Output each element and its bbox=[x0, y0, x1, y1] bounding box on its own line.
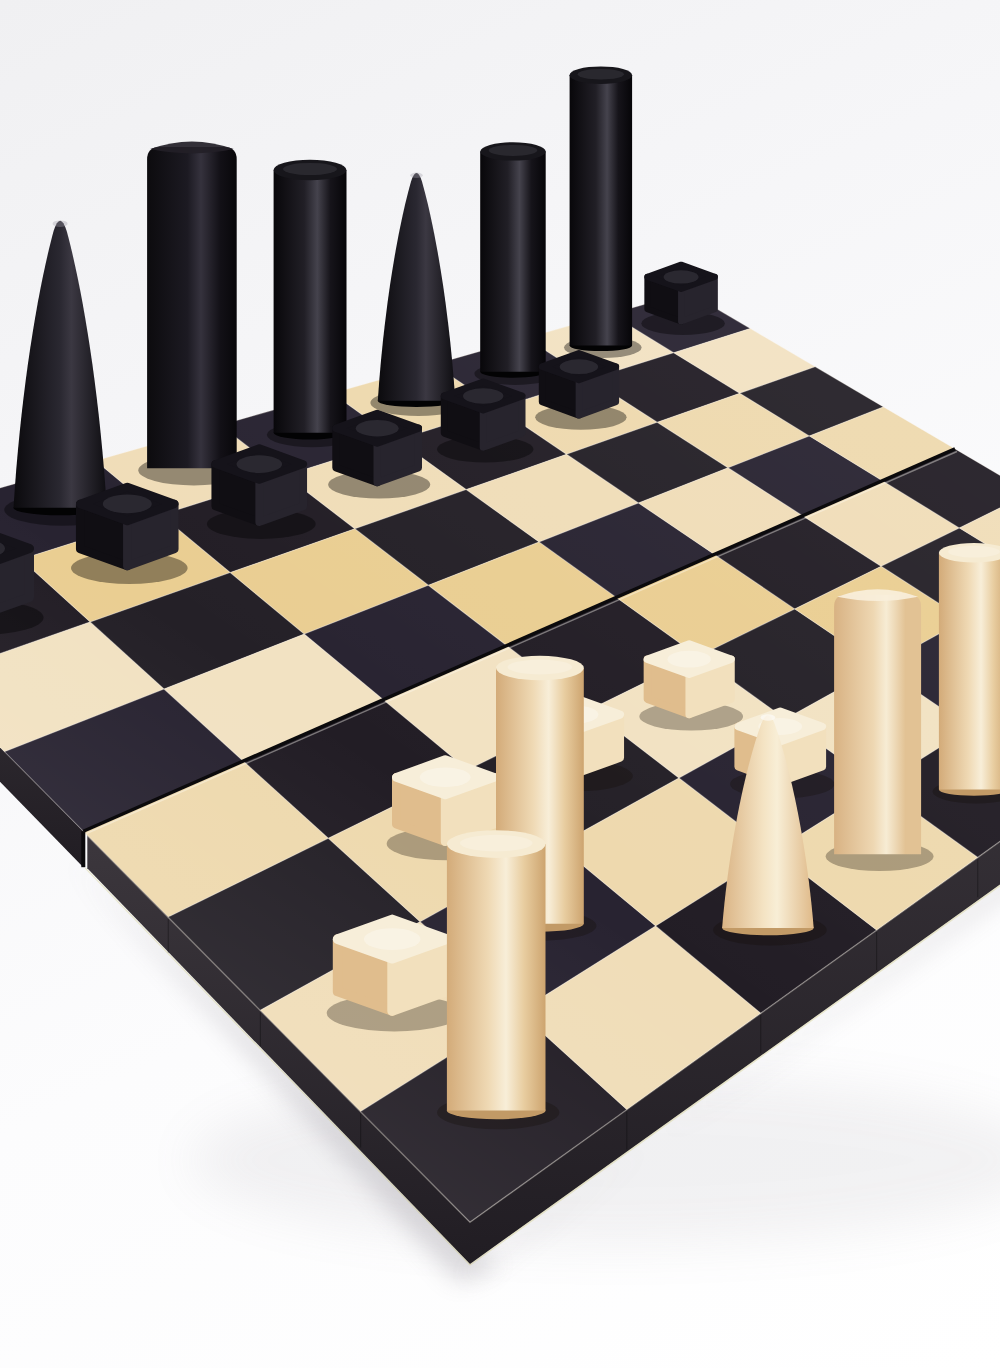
piece-cream-cylinder-e1[interactable] bbox=[933, 543, 1000, 803]
piece-black-prism-c8[interactable] bbox=[138, 141, 249, 485]
piece-black-cube-f7[interactable] bbox=[535, 353, 626, 429]
piece-black-cylinder-d8[interactable] bbox=[267, 160, 357, 447]
chessboard-photo bbox=[0, 0, 1000, 1368]
piece-cream-cylinder-a1[interactable] bbox=[437, 830, 559, 1129]
piece-black-cone-b8[interactable] bbox=[4, 220, 120, 525]
piece-black-cube-b7[interactable] bbox=[71, 487, 188, 584]
piece-black-cube-d7[interactable] bbox=[328, 414, 430, 499]
piece-black-cylinder-f8[interactable] bbox=[474, 142, 555, 385]
piece-black-cube-c7[interactable] bbox=[207, 448, 316, 539]
product-photo-scene bbox=[0, 0, 1000, 1368]
piece-black-cylinder-g8[interactable] bbox=[564, 66, 642, 358]
piece-cream-prism-d1[interactable] bbox=[826, 589, 934, 871]
piece-cream-cube-d3[interactable] bbox=[639, 644, 743, 731]
piece-cream-cube-a2[interactable] bbox=[327, 920, 462, 1032]
piece-black-cube-h8[interactable] bbox=[641, 265, 725, 335]
piece-black-cone-e8[interactable] bbox=[370, 173, 466, 416]
piece-black-cube-e7[interactable] bbox=[437, 382, 533, 462]
